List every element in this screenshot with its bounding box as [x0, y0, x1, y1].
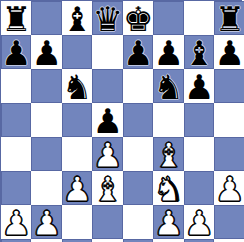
square-g7[interactable]: ♝	[184, 35, 214, 69]
chess-board: ♜♝♛♚♜♟♟♟♟♝♟♞♞♟♟♟♝♟♝♞♟♟♟♟♟♜♞♛♚♜	[0, 0, 242, 242]
square-d2[interactable]	[92, 205, 122, 239]
white-pawn[interactable]: ♟	[153, 206, 183, 240]
square-e8[interactable]: ♚	[123, 1, 153, 35]
black-rook[interactable]: ♜	[1, 2, 31, 36]
square-d4[interactable]: ♟	[92, 137, 122, 171]
square-a8[interactable]: ♜	[1, 1, 31, 35]
white-pawn[interactable]: ♟	[214, 172, 244, 206]
square-e5[interactable]	[123, 103, 153, 137]
square-a4[interactable]	[1, 137, 31, 171]
black-bishop[interactable]: ♝	[184, 36, 214, 70]
square-b6[interactable]	[31, 69, 61, 103]
square-g2[interactable]: ♟	[184, 205, 214, 239]
square-d7[interactable]	[92, 35, 122, 69]
square-f4[interactable]: ♝	[153, 137, 183, 171]
white-pawn[interactable]: ♟	[31, 206, 61, 240]
square-c5[interactable]	[62, 103, 92, 137]
black-pawn[interactable]: ♟	[92, 104, 122, 138]
white-pawn[interactable]: ♟	[92, 138, 122, 172]
square-h6[interactable]	[214, 69, 244, 103]
square-h2[interactable]	[214, 205, 244, 239]
square-b5[interactable]	[31, 103, 61, 137]
square-g6[interactable]: ♟	[184, 69, 214, 103]
white-pawn[interactable]: ♟	[184, 206, 214, 240]
square-g5[interactable]	[184, 103, 214, 137]
square-f2[interactable]: ♟	[153, 205, 183, 239]
black-pawn[interactable]: ♟	[1, 36, 31, 70]
square-h7[interactable]: ♟	[214, 35, 244, 69]
square-c8[interactable]: ♝	[62, 1, 92, 35]
square-g3[interactable]	[184, 171, 214, 205]
square-e7[interactable]: ♟	[123, 35, 153, 69]
square-h3[interactable]: ♟	[214, 171, 244, 205]
square-e6[interactable]	[123, 69, 153, 103]
square-c3[interactable]: ♟	[62, 171, 92, 205]
square-e2[interactable]	[123, 205, 153, 239]
square-e4[interactable]	[123, 137, 153, 171]
square-f6[interactable]: ♞	[153, 69, 183, 103]
black-king[interactable]: ♚	[123, 2, 153, 36]
square-h8[interactable]: ♜	[214, 1, 244, 35]
square-a2[interactable]: ♟	[1, 205, 31, 239]
square-d5[interactable]: ♟	[92, 103, 122, 137]
white-pawn[interactable]: ♟	[62, 172, 92, 206]
black-knight[interactable]: ♞	[62, 70, 92, 104]
square-h4[interactable]	[214, 137, 244, 171]
square-a6[interactable]	[1, 69, 31, 103]
black-bishop[interactable]: ♝	[62, 2, 92, 36]
square-f7[interactable]: ♟	[153, 35, 183, 69]
white-bishop[interactable]: ♝	[92, 172, 122, 206]
square-f8[interactable]	[153, 1, 183, 35]
black-queen[interactable]: ♛	[92, 2, 122, 36]
black-pawn[interactable]: ♟	[184, 70, 214, 104]
black-pawn[interactable]: ♟	[214, 36, 244, 70]
square-a7[interactable]: ♟	[1, 35, 31, 69]
white-pawn[interactable]: ♟	[1, 206, 31, 240]
square-b4[interactable]	[31, 137, 61, 171]
square-b2[interactable]: ♟	[31, 205, 61, 239]
white-knight[interactable]: ♞	[153, 172, 183, 206]
square-c7[interactable]	[62, 35, 92, 69]
square-e3[interactable]	[123, 171, 153, 205]
square-c4[interactable]	[62, 137, 92, 171]
square-d8[interactable]: ♛	[92, 1, 122, 35]
square-a5[interactable]	[1, 103, 31, 137]
square-d3[interactable]: ♝	[92, 171, 122, 205]
black-pawn[interactable]: ♟	[31, 36, 61, 70]
black-rook[interactable]: ♜	[214, 2, 244, 36]
square-f5[interactable]	[153, 103, 183, 137]
square-c2[interactable]	[62, 205, 92, 239]
white-bishop[interactable]: ♝	[153, 138, 183, 172]
square-b8[interactable]	[31, 1, 61, 35]
black-pawn[interactable]: ♟	[153, 36, 183, 70]
square-c6[interactable]: ♞	[62, 69, 92, 103]
square-g4[interactable]	[184, 137, 214, 171]
square-b3[interactable]	[31, 171, 61, 205]
square-b7[interactable]: ♟	[31, 35, 61, 69]
square-g8[interactable]	[184, 1, 214, 35]
square-f3[interactable]: ♞	[153, 171, 183, 205]
square-d6[interactable]	[92, 69, 122, 103]
black-pawn[interactable]: ♟	[123, 36, 153, 70]
black-knight[interactable]: ♞	[153, 70, 183, 104]
square-a3[interactable]	[1, 171, 31, 205]
square-h5[interactable]	[214, 103, 244, 137]
